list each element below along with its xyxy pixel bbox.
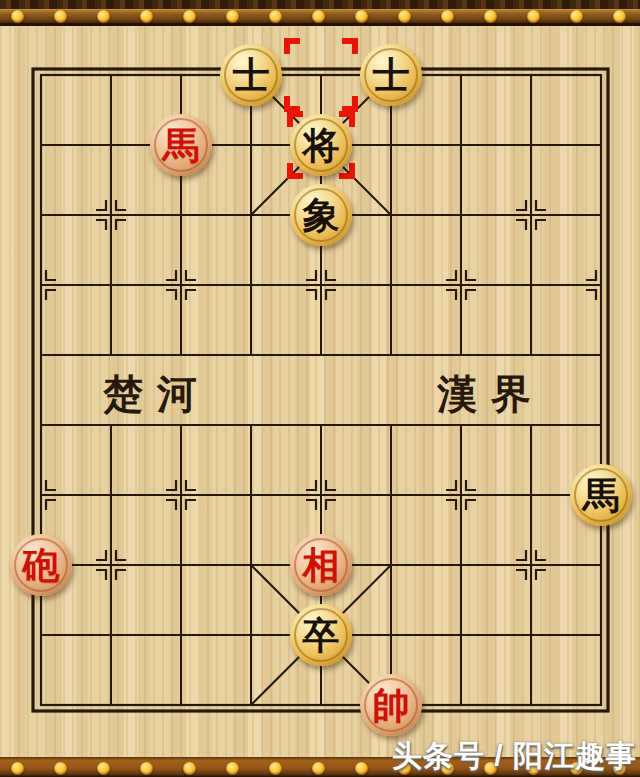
gold-stud: [484, 10, 497, 23]
xiangqi-board[interactable]: 楚河 漢界 士士馬将象馬砲相卒帥: [31, 67, 610, 713]
piece-black-elephant[interactable]: 象: [290, 184, 352, 246]
piece-glyph: 士: [373, 57, 410, 94]
river-label-han-jie: 漢界: [437, 367, 545, 422]
gold-stud: [183, 10, 196, 23]
gold-stud: [140, 762, 153, 775]
piece-glyph: 将: [303, 127, 340, 164]
top-bar-edge: [0, 23, 640, 26]
piece-glyph: 士: [233, 57, 270, 94]
piece-red-cannon[interactable]: 砲: [10, 534, 72, 596]
gold-stud: [527, 10, 540, 23]
gold-stud: [269, 762, 282, 775]
gold-stud: [226, 10, 239, 23]
gold-stud: [54, 762, 67, 775]
piece-glyph: 象: [303, 197, 340, 234]
piece-glyph: 相: [303, 547, 340, 584]
river-label-chu-he: 楚河: [103, 367, 211, 422]
gold-stud: [570, 10, 583, 23]
gold-stud: [54, 10, 67, 23]
gold-stud: [613, 10, 626, 23]
gold-stud: [11, 10, 24, 23]
piece-glyph: 帥: [373, 687, 410, 724]
gold-stud: [312, 10, 325, 23]
piece-black-horse[interactable]: 馬: [570, 464, 632, 526]
piece-black-general[interactable]: 将: [290, 114, 352, 176]
top-decor-bar: [0, 0, 640, 26]
gold-stud: [183, 762, 196, 775]
top-bar-stud-band: [0, 9, 640, 23]
gold-stud: [97, 10, 110, 23]
gold-stud: [269, 10, 282, 23]
piece-glyph: 馬: [583, 477, 620, 514]
gold-stud: [441, 10, 454, 23]
piece-glyph: 卒: [303, 617, 340, 654]
gold-stud: [97, 762, 110, 775]
piece-black-soldier[interactable]: 卒: [290, 604, 352, 666]
piece-red-horse[interactable]: 馬: [150, 114, 212, 176]
gold-stud: [226, 762, 239, 775]
piece-glyph: 砲: [23, 547, 60, 584]
move-from-marker: [284, 38, 358, 112]
gold-stud: [312, 762, 325, 775]
watermark-text: 头条号 / 阳江趣事: [392, 736, 637, 777]
piece-black-advisor-right[interactable]: 士: [360, 44, 422, 106]
gold-stud: [355, 762, 368, 775]
gold-stud: [355, 10, 368, 23]
gold-stud: [11, 762, 24, 775]
gold-stud: [140, 10, 153, 23]
piece-glyph: 馬: [163, 127, 200, 164]
piece-red-elephant[interactable]: 相: [290, 534, 352, 596]
piece-red-general[interactable]: 帥: [360, 674, 422, 736]
piece-black-advisor-left[interactable]: 士: [220, 44, 282, 106]
gold-stud: [398, 10, 411, 23]
